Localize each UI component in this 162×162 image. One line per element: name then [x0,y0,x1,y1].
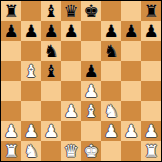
square-g7[interactable]: ♟ [121,21,141,41]
piece-white-king[interactable]: ♚ [83,141,98,161]
piece-white-pawn[interactable]: ♟ [83,81,98,101]
piece-black-bishop[interactable]: ♝ [43,1,58,21]
square-b2[interactable]: ♟ [21,121,41,141]
square-b6[interactable] [21,41,41,61]
piece-black-king[interactable]: ♚ [83,1,98,21]
piece-white-knight[interactable]: ♞ [103,101,118,121]
square-f5[interactable] [101,61,121,81]
square-h8[interactable]: ♜ [141,1,161,21]
piece-black-pawn[interactable]: ♟ [63,21,78,41]
piece-black-bishop[interactable]: ♝ [43,61,58,81]
square-f8[interactable] [101,1,121,21]
piece-white-pawn[interactable]: ♟ [123,121,138,141]
chess-board: ♜♝♛♚♜♟♟♟♟♟♟♟♞♞♝♝♟♟♟♝♞♟♟♟♟♟♟♜♞♛♚♜ [0,0,162,162]
square-d7[interactable]: ♟ [61,21,81,41]
square-b4[interactable] [21,81,41,101]
piece-white-pawn[interactable]: ♟ [23,121,38,141]
square-a5[interactable] [1,61,21,81]
square-d4[interactable] [61,81,81,101]
square-f2[interactable]: ♟ [101,121,121,141]
square-c6[interactable]: ♞ [41,41,61,61]
square-a1[interactable]: ♜ [1,141,21,161]
piece-white-pawn[interactable]: ♟ [3,121,18,141]
piece-black-pawn[interactable]: ♟ [43,21,58,41]
square-f4[interactable] [101,81,121,101]
piece-black-rook[interactable]: ♜ [143,1,158,21]
piece-black-knight[interactable]: ♞ [43,41,58,61]
square-e3[interactable]: ♝ [81,101,101,121]
square-d6[interactable] [61,41,81,61]
square-h4[interactable] [141,81,161,101]
square-e5[interactable]: ♟ [81,61,101,81]
piece-black-pawn[interactable]: ♟ [143,21,158,41]
piece-black-pawn[interactable]: ♟ [3,21,18,41]
square-e8[interactable]: ♚ [81,1,101,21]
square-f3[interactable]: ♞ [101,101,121,121]
square-a8[interactable]: ♜ [1,1,21,21]
square-b8[interactable] [21,1,41,21]
square-c1[interactable] [41,141,61,161]
square-c3[interactable] [41,101,61,121]
square-d1[interactable]: ♛ [61,141,81,161]
square-f1[interactable] [101,141,121,161]
square-g2[interactable]: ♟ [121,121,141,141]
piece-white-knight[interactable]: ♞ [23,141,38,161]
piece-white-bishop[interactable]: ♝ [23,61,38,81]
square-a3[interactable] [1,101,21,121]
piece-white-pawn[interactable]: ♟ [43,121,58,141]
square-c5[interactable]: ♝ [41,61,61,81]
piece-white-pawn[interactable]: ♟ [63,101,78,121]
square-g4[interactable] [121,81,141,101]
square-h2[interactable]: ♟ [141,121,161,141]
square-h1[interactable]: ♜ [141,141,161,161]
piece-black-pawn[interactable]: ♟ [123,21,138,41]
square-g6[interactable] [121,41,141,61]
square-b1[interactable]: ♞ [21,141,41,161]
square-f7[interactable]: ♟ [101,21,121,41]
piece-black-pawn[interactable]: ♟ [103,21,118,41]
square-a7[interactable]: ♟ [1,21,21,41]
square-c7[interactable]: ♟ [41,21,61,41]
piece-black-pawn[interactable]: ♟ [23,21,38,41]
square-g5[interactable] [121,61,141,81]
square-a2[interactable]: ♟ [1,121,21,141]
square-e6[interactable] [81,41,101,61]
square-h3[interactable] [141,101,161,121]
square-d2[interactable] [61,121,81,141]
square-e1[interactable]: ♚ [81,141,101,161]
piece-white-rook[interactable]: ♜ [3,141,18,161]
square-d3[interactable]: ♟ [61,101,81,121]
square-c4[interactable] [41,81,61,101]
square-a4[interactable] [1,81,21,101]
piece-white-rook[interactable]: ♜ [143,141,158,161]
piece-white-pawn[interactable]: ♟ [143,121,158,141]
square-e2[interactable] [81,121,101,141]
square-b7[interactable]: ♟ [21,21,41,41]
square-h5[interactable] [141,61,161,81]
square-d5[interactable] [61,61,81,81]
square-h6[interactable] [141,41,161,61]
piece-white-queen[interactable]: ♛ [63,141,78,161]
square-g1[interactable] [121,141,141,161]
piece-black-knight[interactable]: ♞ [103,41,118,61]
square-h7[interactable]: ♟ [141,21,161,41]
square-c8[interactable]: ♝ [41,1,61,21]
square-b5[interactable]: ♝ [21,61,41,81]
square-g3[interactable] [121,101,141,121]
square-c2[interactable]: ♟ [41,121,61,141]
square-e7[interactable] [81,21,101,41]
piece-black-rook[interactable]: ♜ [3,1,18,21]
piece-black-pawn[interactable]: ♟ [83,61,98,81]
square-a6[interactable] [1,41,21,61]
piece-white-pawn[interactable]: ♟ [103,121,118,141]
piece-black-queen[interactable]: ♛ [63,1,78,21]
square-g8[interactable] [121,1,141,21]
square-d8[interactable]: ♛ [61,1,81,21]
piece-white-bishop[interactable]: ♝ [83,101,98,121]
square-b3[interactable] [21,101,41,121]
square-f6[interactable]: ♞ [101,41,121,61]
square-e4[interactable]: ♟ [81,81,101,101]
